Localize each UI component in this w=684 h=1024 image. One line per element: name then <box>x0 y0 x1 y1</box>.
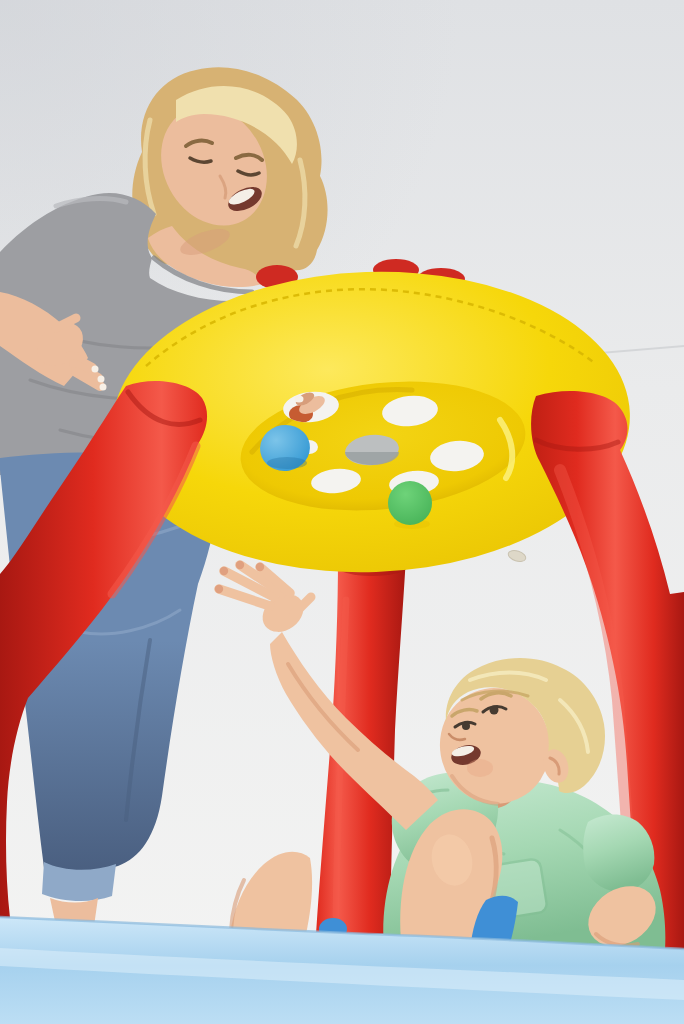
ball-green-body <box>388 481 432 525</box>
ball-blue-shadow <box>267 457 307 469</box>
fingertip-3 <box>236 561 244 569</box>
fingernail-1 <box>92 366 99 373</box>
woman-fingernail-in-hole <box>295 396 304 403</box>
fingernail-3 <box>100 384 107 391</box>
fingertip-1 <box>215 585 223 593</box>
photo-canvas <box>0 0 684 1024</box>
fingernail-2 <box>98 376 105 383</box>
fingertip-4 <box>256 563 264 571</box>
boy-right-eye <box>462 722 470 730</box>
boy-left-eye <box>490 706 499 715</box>
scene-photo <box>0 0 684 1024</box>
fingertip-2 <box>220 567 228 575</box>
boy-cheek-blush <box>467 759 493 777</box>
